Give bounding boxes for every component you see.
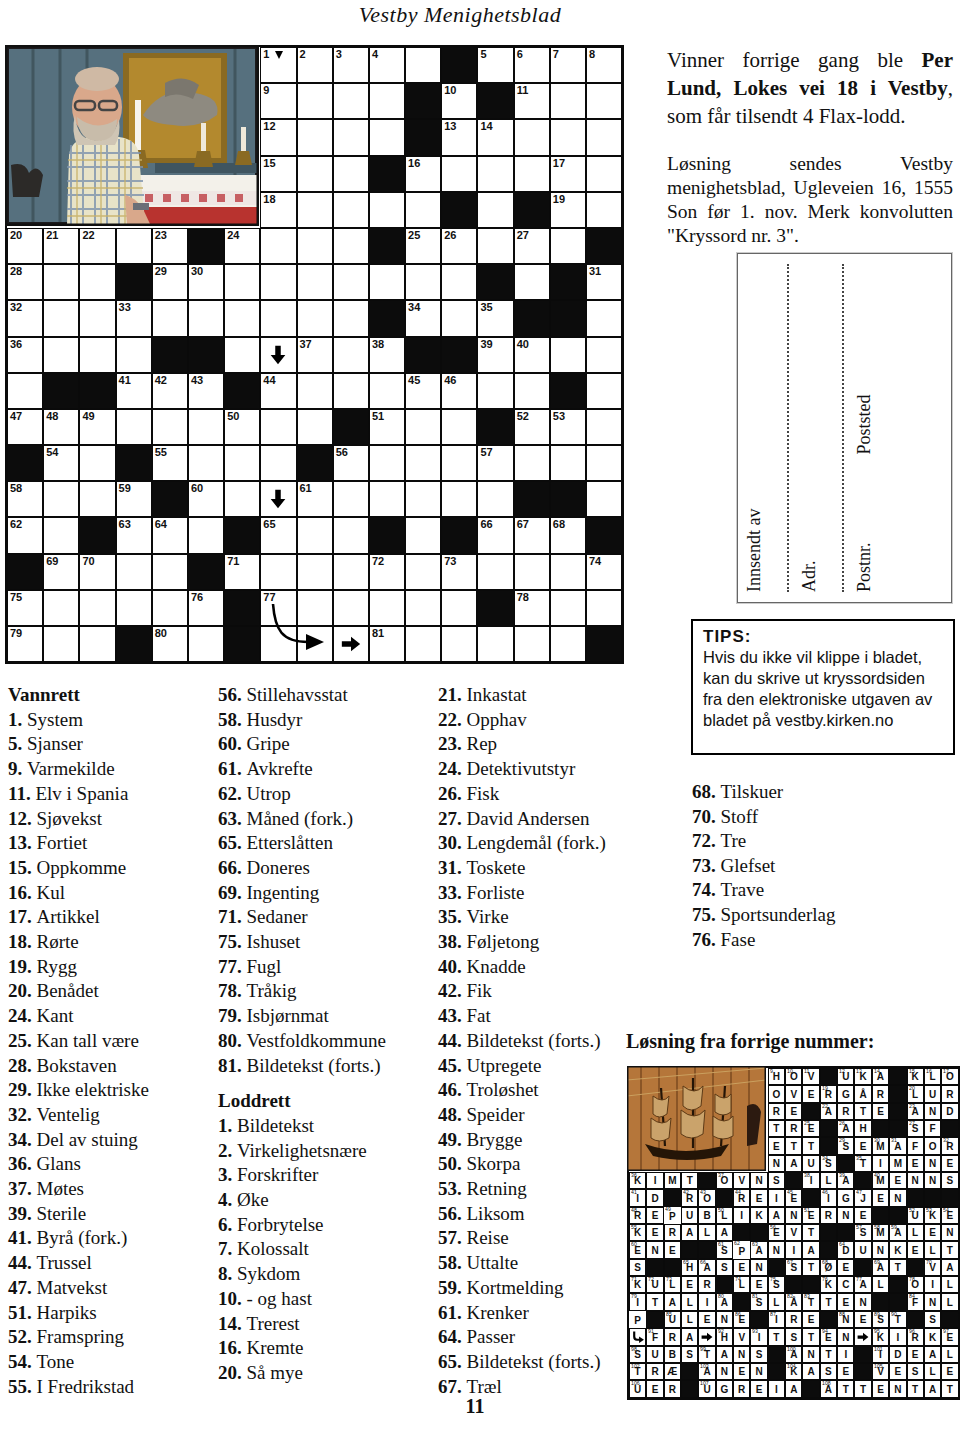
solution-letter: I	[792, 1245, 795, 1258]
clue-number: 7	[553, 48, 559, 61]
clue-number: 35	[856, 1156, 862, 1161]
clue-number: 27	[517, 229, 529, 242]
coupon-label-poststed: Poststed	[854, 394, 875, 454]
black-square	[550, 264, 586, 300]
solution-square: U	[646, 1346, 663, 1363]
solution-square: S	[750, 1346, 767, 1363]
solution-letter: F	[912, 1141, 918, 1154]
empty-square	[333, 83, 369, 119]
solution-square: E	[907, 1346, 924, 1363]
black-square	[441, 517, 477, 553]
empty-square: 10	[441, 83, 477, 119]
solution-letter: N	[755, 1366, 762, 1379]
black-square	[116, 626, 152, 662]
clue-number: 40	[517, 338, 529, 351]
empty-square	[297, 156, 333, 192]
solution-letter: A	[807, 1245, 814, 1258]
clue-number: 26	[839, 1121, 845, 1126]
clue-item: 11. Elv i Spania	[8, 782, 149, 807]
solution-letter: G	[842, 1089, 850, 1102]
solution-square: I	[646, 1172, 663, 1189]
empty-square	[441, 156, 477, 192]
clue-number: 58	[10, 482, 22, 495]
solution-square: 27S	[907, 1120, 924, 1137]
solution-square: L	[681, 1293, 698, 1310]
black-square	[750, 1224, 767, 1241]
clue-number: 9	[770, 1069, 773, 1074]
black-square	[820, 1311, 837, 1328]
clues-column2: 56. Stillehavsstat58. Husdyr60. Gripe61.…	[218, 683, 386, 1386]
clue-item: 74. Trave	[692, 878, 836, 903]
clue-item: 66. Doneres	[218, 856, 386, 881]
black-square	[872, 1120, 889, 1137]
solution-square: T	[802, 1259, 819, 1276]
solution-letter: E	[738, 1262, 745, 1275]
black-square	[854, 1346, 871, 1363]
solution-letter: E	[877, 1193, 884, 1206]
solution-square: 44R	[733, 1189, 750, 1206]
black-square	[441, 47, 477, 83]
empty-square	[79, 300, 115, 336]
clue-item: 16. Kremte	[218, 1336, 386, 1361]
solution-square: N	[872, 1241, 889, 1258]
coupon-dotted-line	[773, 264, 789, 592]
solution-square: I	[698, 1293, 715, 1310]
clue-item: 53. Retning	[438, 1177, 606, 1202]
empty-square	[333, 373, 369, 409]
clue-number: 69	[874, 1260, 880, 1265]
empty-square	[260, 337, 296, 373]
solution-letter: L	[929, 1245, 935, 1258]
clue-number: 54	[46, 446, 58, 459]
black-square	[152, 337, 188, 373]
clue-number: 52	[517, 410, 529, 423]
empty-square	[441, 590, 477, 626]
clue-item: 58. Husdyr	[218, 708, 386, 733]
clue-item: 44. Bildetekst (forts.)	[438, 1029, 606, 1054]
solution-letter: E	[894, 1175, 901, 1188]
page-title: Vestby Menighetsblad	[0, 2, 920, 28]
clues-loddrett-column3: 21. Inkastat22. Opphav23. Rep24. Detekti…	[438, 683, 606, 1399]
solution-square: 12U	[837, 1068, 854, 1085]
clue-number: 8	[589, 48, 595, 61]
clue-number: 90	[891, 1312, 897, 1317]
clue-item: 36. Glans	[8, 1152, 149, 1177]
empty-square	[441, 409, 477, 445]
empty-square	[586, 445, 622, 481]
solution-letter: V	[738, 1175, 745, 1188]
clue-item: 70. Stoff	[692, 805, 836, 830]
solution-square: 52U	[907, 1207, 924, 1224]
solution-square: I	[889, 1328, 906, 1345]
empty-square	[369, 83, 405, 119]
clue-number: 45	[408, 374, 420, 387]
clue-item: 62. Utrop	[218, 782, 386, 807]
empty-square	[550, 590, 586, 626]
solution-letter: T	[687, 1175, 693, 1188]
clue-number: 91	[648, 1329, 654, 1334]
empty-square: 47	[7, 409, 43, 445]
solution-square: 93I	[750, 1328, 767, 1345]
curved-arrow-icon	[258, 594, 334, 668]
solution-square: A	[802, 1363, 819, 1380]
empty-square	[116, 409, 152, 445]
clue-number: 60	[631, 1242, 637, 1247]
ship-model-photo	[627, 1066, 766, 1171]
solution-square: 66A	[698, 1259, 715, 1276]
clue-number: 71	[631, 1277, 637, 1282]
solution-square: N	[768, 1241, 785, 1258]
black-square	[889, 1068, 906, 1085]
black-square	[924, 1189, 941, 1206]
empty-square	[43, 264, 79, 300]
clue-item: 1. System	[8, 708, 149, 733]
solution-letter: E	[929, 1227, 936, 1240]
clue-item: 40. Knadde	[438, 955, 606, 980]
solution-letter: I	[758, 1332, 761, 1345]
solution-letter: D	[946, 1106, 953, 1119]
solution-letter: G	[842, 1193, 850, 1206]
clue-item: 10. - og hast	[218, 1287, 386, 1312]
clue-number: 64	[155, 518, 167, 531]
clue-number: 53	[926, 1208, 932, 1213]
solution-square: 46I	[820, 1189, 837, 1206]
solution-square: 50L	[716, 1207, 733, 1224]
solution-letter: N	[738, 1349, 745, 1362]
empty-square	[152, 554, 188, 590]
black-square	[116, 445, 152, 481]
solution-square: 63A	[750, 1241, 767, 1258]
solution-letter: R	[877, 1089, 884, 1102]
empty-square	[116, 590, 152, 626]
solution-square: 94E	[820, 1328, 837, 1345]
solution-square: 84F	[907, 1293, 924, 1310]
clue-item: 16. Kul	[8, 881, 149, 906]
solution-square: T	[820, 1346, 837, 1363]
clue-number: 34	[408, 301, 420, 314]
solution-letter: A	[686, 1332, 693, 1345]
clue-number: 44	[735, 1190, 741, 1195]
solution-square: 37O	[716, 1172, 733, 1189]
clue-number: 13	[856, 1069, 862, 1074]
clue-number: 48	[631, 1208, 637, 1213]
black-square	[514, 481, 550, 517]
solution-grid-previous-issue: 1P2P3P4P5P6P7P8P9H10O11V12U13K14A15K16L1…	[627, 1066, 960, 1400]
solution-square: 39A	[837, 1172, 854, 1189]
solution-square: O	[924, 1137, 941, 1154]
clue-number: 93	[752, 1329, 758, 1334]
black-square	[646, 1311, 663, 1328]
clue-item: 6. Forbrytelse	[218, 1213, 386, 1238]
solution-square: N	[924, 1103, 941, 1120]
clue-item: 8. Sykdom	[218, 1262, 386, 1287]
solution-square: 55K	[629, 1224, 646, 1241]
empty-square: 49	[79, 409, 115, 445]
black-square	[7, 445, 43, 481]
solution-square: 89S	[872, 1311, 889, 1328]
solution-letter: A	[807, 1366, 814, 1379]
black-square	[820, 1120, 837, 1137]
solution-square: L	[941, 1293, 958, 1310]
clue-number: 84	[909, 1294, 915, 1299]
clue-number: 42	[155, 374, 167, 387]
black-square	[297, 445, 333, 481]
clue-item: 5. Sjanser	[8, 732, 149, 757]
empty-square	[79, 445, 115, 481]
empty-square: 29	[152, 264, 188, 300]
solution-letter: I	[931, 1279, 934, 1292]
solution-square: I	[733, 1207, 750, 1224]
empty-square	[477, 156, 513, 192]
black-square	[889, 1276, 906, 1293]
empty-square	[297, 264, 333, 300]
solution-square: U	[854, 1241, 871, 1258]
solution-square: 10O	[785, 1068, 802, 1085]
solution-square: N	[837, 1328, 854, 1345]
page-number: 11	[0, 1395, 950, 1418]
clue-item: 21. Inkastat	[438, 683, 606, 708]
solution-square: E	[733, 1259, 750, 1276]
empty-square	[188, 300, 224, 336]
clue-item: 69. Ingenting	[218, 881, 386, 906]
solution-square: 25E	[802, 1120, 819, 1137]
empty-square: 1	[260, 47, 296, 83]
solution-letter: N	[807, 1349, 814, 1362]
empty-square	[116, 228, 152, 264]
clue-number: 17	[553, 157, 565, 170]
empty-square	[297, 119, 333, 155]
clue-item: 38. Føljetong	[438, 930, 606, 955]
black-square	[837, 1224, 854, 1241]
clue-item: 32. Ventelig	[8, 1103, 149, 1128]
black-square	[188, 554, 224, 590]
empty-square: 76	[188, 590, 224, 626]
solution-square: U	[802, 1155, 819, 1172]
solution-square: 76K	[820, 1276, 837, 1293]
coupon-label-postnr: Postnr.	[854, 542, 875, 592]
clue-number: 17	[943, 1069, 949, 1074]
solution-letter: R	[651, 1366, 658, 1379]
empty-square	[297, 409, 333, 445]
solution-square: 100A	[785, 1346, 802, 1363]
empty-square	[405, 554, 441, 590]
solution-square: A	[716, 1346, 733, 1363]
empty-square	[586, 481, 622, 517]
solution-letter: S	[912, 1366, 919, 1379]
solution-square: E	[941, 1363, 958, 1380]
solution-letter: D	[651, 1193, 658, 1206]
clue-number: 107	[700, 1381, 709, 1386]
solution-square: M	[664, 1172, 681, 1189]
empty-square	[333, 590, 369, 626]
empty-square	[260, 409, 296, 445]
clue-item: 77. Fugl	[218, 955, 386, 980]
solution-square: 53K	[924, 1207, 941, 1224]
winner-paragraph: Vinner forrige gang ble Per Lund, Lokes …	[667, 46, 953, 130]
clue-number: 85	[666, 1312, 672, 1317]
empty-square: 36	[7, 337, 43, 373]
clue-number: 78	[517, 591, 529, 604]
black-square	[768, 1259, 785, 1276]
solution-heading: Løsning fra forrige nummer:	[626, 1030, 874, 1053]
empty-square: 81	[369, 626, 405, 662]
solution-letter: E	[947, 1158, 954, 1171]
clue-number: 46	[822, 1190, 828, 1195]
empty-square	[477, 626, 513, 662]
clue-number: 28	[10, 265, 22, 278]
empty-square	[477, 228, 513, 264]
solution-square: 26A	[837, 1120, 854, 1137]
solution-square: M	[889, 1155, 906, 1172]
clue-number: 26	[444, 229, 456, 242]
solution-square: 59A	[889, 1224, 906, 1241]
solution-square: E	[854, 1137, 871, 1154]
clue-item: 73. Glefset	[692, 854, 836, 879]
solution-square: E	[854, 1207, 871, 1224]
clue-number: 73	[666, 1277, 672, 1282]
solution-letter: R	[842, 1106, 849, 1119]
solution-letter: N	[946, 1227, 953, 1240]
clue-number: 63	[119, 518, 131, 531]
solution-square: S	[941, 1172, 958, 1189]
empty-square	[7, 373, 43, 409]
solution-letter: N	[842, 1332, 849, 1345]
clue-item: 48. Speider	[438, 1103, 606, 1128]
solution-square: A	[941, 1259, 958, 1276]
solution-letter: E	[652, 1210, 659, 1223]
empty-square: 7	[550, 47, 586, 83]
solution-square: N	[941, 1224, 958, 1241]
solution-letter: E	[860, 1210, 867, 1223]
empty-square: 51	[369, 409, 405, 445]
solution-square: 48R	[629, 1207, 646, 1224]
empty-square: 38	[369, 337, 405, 373]
clue-number: 76	[822, 1277, 828, 1282]
black-square	[224, 373, 260, 409]
solution-square: 57S	[854, 1224, 871, 1241]
clue-number: 12	[839, 1069, 845, 1074]
clue-item: 39. Sterile	[8, 1202, 149, 1227]
clue-number: 42	[683, 1190, 689, 1195]
clue-number: 86	[735, 1312, 741, 1317]
clue-item: 2. Virkelighetsnære	[218, 1139, 386, 1164]
empty-square	[514, 156, 550, 192]
clue-number: 35	[480, 301, 492, 314]
solution-letter: U	[929, 1089, 936, 1102]
empty-square: 31	[586, 264, 622, 300]
clue-item: 25. Kan tall være	[8, 1029, 149, 1054]
solution-square: 87I	[768, 1311, 785, 1328]
clue-item: 27. David Andersen	[438, 807, 606, 832]
empty-square: 27	[514, 228, 550, 264]
clue-number: 23	[909, 1104, 915, 1109]
black-square	[79, 373, 115, 409]
black-square	[152, 481, 188, 517]
clue-number: 36	[631, 1173, 637, 1178]
solution-square: 64D	[837, 1241, 854, 1258]
clue-item: 61. Krenker	[438, 1301, 606, 1326]
solution-letter: T	[825, 1297, 831, 1310]
clue-number: 101	[874, 1347, 883, 1352]
solution-square: T	[768, 1120, 785, 1137]
clue-number: 27	[909, 1121, 915, 1126]
solution-letter: T	[773, 1332, 779, 1345]
down-arrow-icon	[267, 344, 289, 366]
black-square	[941, 1189, 958, 1206]
solution-square: 78O	[907, 1276, 924, 1293]
solution-letter: N	[651, 1245, 658, 1258]
empty-square: 78	[514, 590, 550, 626]
black-square	[716, 1276, 733, 1293]
clue-item: 45. Utpregete	[438, 1054, 606, 1079]
black-square	[907, 1189, 924, 1206]
entry-coupon: Innsendt av Adr. Postnr. Poststed	[737, 253, 952, 603]
empty-square	[297, 373, 333, 409]
solution-letter: T	[825, 1349, 831, 1362]
empty-square	[260, 228, 296, 264]
solution-letter: L	[877, 1279, 883, 1292]
empty-square: 73	[441, 554, 477, 590]
clue-number: 25	[804, 1121, 810, 1126]
solution-square: L	[924, 1241, 941, 1258]
solution-square: E	[802, 1311, 819, 1328]
solution-letter: L	[687, 1314, 693, 1327]
empty-square	[43, 481, 79, 517]
solution-letter: E	[738, 1366, 745, 1379]
solution-letter: L	[947, 1279, 953, 1292]
solution-letter: R	[790, 1123, 797, 1136]
black-square	[369, 156, 405, 192]
empty-square: 65	[260, 517, 296, 553]
solution-letter: N	[773, 1158, 780, 1171]
black-square	[477, 409, 513, 445]
clue-number: 44	[263, 374, 275, 387]
clue-item: 3. Forskrifter	[218, 1163, 386, 1188]
solution-square: N	[716, 1311, 733, 1328]
empty-square: 58	[7, 481, 43, 517]
clue-item: 43. Fat	[438, 1004, 606, 1029]
solution-letter: I	[740, 1210, 743, 1223]
solution-letter: N	[912, 1175, 919, 1188]
clue-item: 14. Trerest	[218, 1312, 386, 1337]
black-square	[854, 1172, 871, 1189]
empty-square	[43, 590, 79, 626]
solution-letter: E	[686, 1279, 693, 1292]
clue-number: 88	[839, 1312, 845, 1317]
solution-square: S	[785, 1328, 802, 1345]
solution-square: L	[768, 1293, 785, 1310]
black-square	[550, 373, 586, 409]
clue-number: 74	[589, 555, 601, 568]
solution-letter: I	[654, 1175, 657, 1188]
solution-letter: E	[756, 1193, 763, 1206]
solution-square: N	[716, 1363, 733, 1380]
empty-square: 63	[116, 517, 152, 553]
solution-square: 81S	[750, 1293, 767, 1310]
empty-square	[550, 626, 586, 662]
solution-letter: U	[686, 1210, 693, 1223]
clue-number: 23	[155, 229, 167, 242]
solution-letter: M	[894, 1158, 902, 1171]
black-square	[514, 300, 550, 336]
solution-square: E	[907, 1155, 924, 1172]
solution-letter: S	[790, 1332, 797, 1345]
solution-letter: L	[687, 1297, 693, 1310]
clue-number: 49	[82, 410, 94, 423]
solution-square: T	[820, 1293, 837, 1310]
clue-item: 80. Vestfoldkommune	[218, 1029, 386, 1054]
black-square	[698, 1241, 715, 1258]
